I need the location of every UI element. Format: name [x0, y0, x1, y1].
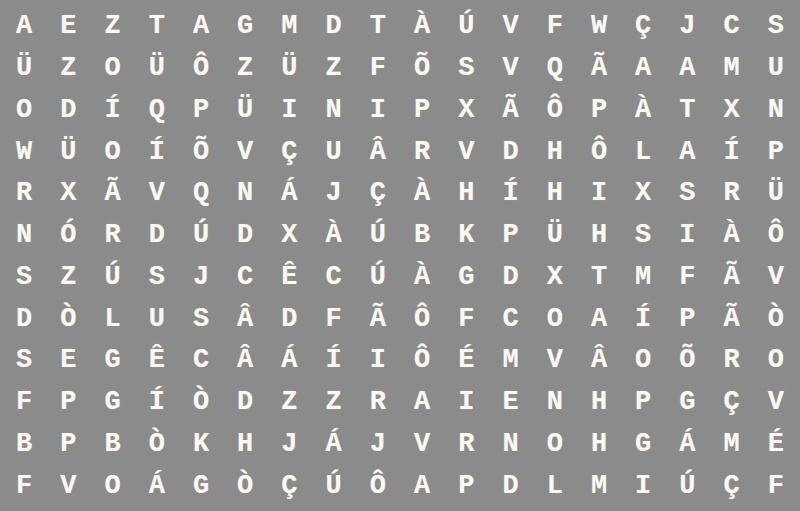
grid-cell[interactable]: Õ	[400, 48, 444, 90]
grid-cell[interactable]: O	[90, 131, 134, 173]
grid-cell[interactable]: Â	[223, 340, 267, 382]
grid-cell[interactable]: S	[754, 6, 798, 48]
grid-cell[interactable]: J	[356, 424, 400, 466]
grid-cell[interactable]: D	[223, 215, 267, 257]
grid-cell[interactable]: G	[90, 340, 134, 382]
grid-cell[interactable]: Ú	[179, 215, 223, 257]
grid-cell[interactable]: A	[400, 382, 444, 424]
grid-cell[interactable]: Z	[312, 48, 356, 90]
grid-cell[interactable]: Ò	[754, 298, 798, 340]
grid-cell[interactable]: C	[710, 6, 754, 48]
grid-cell[interactable]: A	[179, 6, 223, 48]
grid-cell[interactable]: Á	[267, 173, 311, 215]
grid-cell[interactable]: P	[665, 298, 709, 340]
grid-cell[interactable]: Ò	[135, 424, 179, 466]
grid-cell[interactable]: Q	[135, 90, 179, 132]
grid-cell[interactable]: C	[179, 340, 223, 382]
grid-cell[interactable]: O	[2, 90, 46, 132]
grid-cell[interactable]: Ç	[621, 6, 665, 48]
grid-cell[interactable]: R	[356, 382, 400, 424]
grid-cell[interactable]: Ç	[710, 382, 754, 424]
grid-cell[interactable]: A	[665, 48, 709, 90]
grid-cell[interactable]: I	[356, 340, 400, 382]
grid-cell[interactable]: E	[46, 6, 90, 48]
grid-cell[interactable]: R	[710, 340, 754, 382]
grid-cell[interactable]: Ã	[710, 257, 754, 299]
grid-cell[interactable]: F	[356, 48, 400, 90]
grid-cell[interactable]: T	[577, 257, 621, 299]
grid-cell[interactable]: F	[312, 298, 356, 340]
grid-cell[interactable]: H	[577, 215, 621, 257]
grid-cell[interactable]: N	[2, 215, 46, 257]
grid-cell[interactable]: Ü	[267, 48, 311, 90]
grid-cell[interactable]: V	[754, 257, 798, 299]
grid-cell[interactable]: I	[665, 215, 709, 257]
grid-cell[interactable]: N	[754, 90, 798, 132]
grid-cell[interactable]: Ç	[356, 173, 400, 215]
grid-cell[interactable]: X	[533, 257, 577, 299]
grid-cell[interactable]: D	[488, 131, 532, 173]
grid-cell[interactable]: Ó	[46, 215, 90, 257]
grid-cell[interactable]: Q	[533, 48, 577, 90]
grid-cell[interactable]: M	[710, 424, 754, 466]
grid-cell[interactable]: Z	[90, 6, 134, 48]
grid-cell[interactable]: V	[754, 382, 798, 424]
grid-cell[interactable]: H	[444, 173, 488, 215]
grid-cell[interactable]: Ú	[356, 215, 400, 257]
grid-cell[interactable]: P	[179, 90, 223, 132]
grid-cell[interactable]: Õ	[179, 131, 223, 173]
grid-cell[interactable]: Ç	[710, 465, 754, 507]
grid-cell[interactable]: Í	[710, 131, 754, 173]
grid-cell[interactable]: E	[46, 340, 90, 382]
grid-cell[interactable]: À	[710, 215, 754, 257]
grid-cell[interactable]: S	[2, 340, 46, 382]
grid-cell[interactable]: A	[665, 131, 709, 173]
grid-cell[interactable]: X	[621, 173, 665, 215]
grid-cell[interactable]: M	[577, 465, 621, 507]
grid-cell[interactable]: Z	[312, 382, 356, 424]
grid-cell[interactable]: V	[46, 465, 90, 507]
grid-cell[interactable]: Z	[46, 48, 90, 90]
grid-cell[interactable]: S	[444, 48, 488, 90]
grid-cell[interactable]: S	[665, 173, 709, 215]
grid-cell[interactable]: G	[179, 465, 223, 507]
grid-cell[interactable]: Í	[312, 340, 356, 382]
grid-cell[interactable]: Ú	[90, 257, 134, 299]
grid-cell[interactable]: Ã	[356, 298, 400, 340]
grid-cell[interactable]: Q	[179, 173, 223, 215]
grid-cell[interactable]: Ô	[179, 48, 223, 90]
grid-cell[interactable]: N	[488, 424, 532, 466]
grid-cell[interactable]: Ü	[754, 173, 798, 215]
letter-grid: AEZTAGMDTÀÚVFWÇJCSÜZOÜÔZÜZFÕSVQÃAAMUODÍQ…	[0, 0, 800, 511]
grid-cell[interactable]: V	[488, 6, 532, 48]
grid-cell[interactable]: R	[400, 131, 444, 173]
grid-cell[interactable]: I	[356, 90, 400, 132]
grid-cell[interactable]: Ç	[267, 131, 311, 173]
grid-cell[interactable]: W	[2, 131, 46, 173]
grid-cell[interactable]: D	[135, 215, 179, 257]
grid-cell[interactable]: Ô	[533, 90, 577, 132]
grid-cell[interactable]: Í	[135, 382, 179, 424]
grid-cell[interactable]: Ú	[444, 6, 488, 48]
grid-cell[interactable]: M	[267, 6, 311, 48]
grid-cell[interactable]: Z	[46, 257, 90, 299]
grid-cell[interactable]: Ô	[356, 465, 400, 507]
grid-cell[interactable]: G	[621, 424, 665, 466]
grid-cell[interactable]: Ò	[179, 382, 223, 424]
grid-cell[interactable]: T	[135, 6, 179, 48]
grid-cell[interactable]: Á	[135, 465, 179, 507]
grid-cell[interactable]: R	[90, 215, 134, 257]
grid-cell[interactable]: X	[46, 173, 90, 215]
grid-cell[interactable]: M	[488, 340, 532, 382]
grid-cell[interactable]: Í	[621, 298, 665, 340]
grid-cell[interactable]: É	[754, 424, 798, 466]
grid-cell[interactable]: N	[312, 90, 356, 132]
grid-cell[interactable]: Ü	[135, 48, 179, 90]
grid-cell[interactable]: C	[223, 257, 267, 299]
grid-cell[interactable]: T	[665, 90, 709, 132]
grid-cell[interactable]: À	[400, 6, 444, 48]
grid-cell[interactable]: J	[267, 424, 311, 466]
grid-cell[interactable]: L	[621, 131, 665, 173]
grid-cell[interactable]: O	[621, 340, 665, 382]
grid-cell[interactable]: D	[267, 298, 311, 340]
grid-cell[interactable]: P	[488, 215, 532, 257]
grid-cell[interactable]: G	[223, 6, 267, 48]
grid-cell[interactable]: N	[223, 173, 267, 215]
grid-cell[interactable]: S	[179, 298, 223, 340]
grid-cell[interactable]: Ç	[267, 465, 311, 507]
grid-cell[interactable]: X	[710, 90, 754, 132]
grid-cell[interactable]: À	[400, 173, 444, 215]
grid-cell[interactable]: A	[621, 48, 665, 90]
grid-cell[interactable]: Õ	[665, 340, 709, 382]
grid-cell[interactable]: Á	[665, 424, 709, 466]
grid-cell[interactable]: Â	[223, 298, 267, 340]
grid-cell[interactable]: S	[621, 215, 665, 257]
grid-cell[interactable]: Ú	[356, 257, 400, 299]
grid-cell[interactable]: G	[665, 382, 709, 424]
grid-cell[interactable]: T	[356, 6, 400, 48]
grid-cell[interactable]: I	[577, 173, 621, 215]
grid-cell[interactable]: L	[90, 298, 134, 340]
word-search-board: AEZTAGMDTÀÚVFWÇJCSÜZOÜÔZÜZFÕSVQÃAAMUODÍQ…	[0, 0, 800, 511]
grid-cell[interactable]: I	[267, 90, 311, 132]
grid-cell[interactable]: A	[577, 298, 621, 340]
grid-cell[interactable]: O	[533, 424, 577, 466]
grid-cell[interactable]: C	[488, 298, 532, 340]
grid-cell[interactable]: N	[533, 382, 577, 424]
grid-cell[interactable]: P	[444, 465, 488, 507]
grid-cell[interactable]: Í	[488, 173, 532, 215]
grid-cell[interactable]: Ã	[577, 48, 621, 90]
grid-cell[interactable]: H	[223, 424, 267, 466]
grid-cell[interactable]: Z	[267, 382, 311, 424]
grid-cell[interactable]: D	[46, 90, 90, 132]
grid-cell[interactable]: Ú	[312, 465, 356, 507]
grid-cell[interactable]: F	[754, 465, 798, 507]
grid-cell[interactable]: U	[312, 131, 356, 173]
grid-cell[interactable]: Á	[312, 424, 356, 466]
grid-cell[interactable]: Ô	[577, 131, 621, 173]
grid-cell[interactable]: A	[2, 6, 46, 48]
grid-cell[interactable]: É	[444, 340, 488, 382]
grid-cell[interactable]: O	[90, 465, 134, 507]
grid-cell[interactable]: Ã	[710, 298, 754, 340]
grid-cell[interactable]: À	[312, 215, 356, 257]
grid-cell[interactable]: V	[533, 340, 577, 382]
grid-cell[interactable]: F	[2, 382, 46, 424]
grid-cell[interactable]: Ô	[400, 340, 444, 382]
grid-cell[interactable]: Ò	[46, 298, 90, 340]
grid-cell[interactable]: Â	[577, 340, 621, 382]
grid-cell[interactable]: R	[710, 173, 754, 215]
grid-cell[interactable]: Ã	[90, 173, 134, 215]
grid-cell[interactable]: V	[444, 131, 488, 173]
grid-cell[interactable]: E	[488, 382, 532, 424]
grid-cell[interactable]: U	[754, 48, 798, 90]
grid-cell[interactable]: Ô	[400, 298, 444, 340]
grid-cell[interactable]: H	[577, 424, 621, 466]
grid-cell[interactable]: D	[223, 382, 267, 424]
grid-cell[interactable]: Í	[90, 90, 134, 132]
grid-cell[interactable]: Ú	[665, 465, 709, 507]
grid-cell[interactable]: K	[179, 424, 223, 466]
grid-cell[interactable]: Ã	[488, 90, 532, 132]
grid-cell[interactable]: D	[312, 6, 356, 48]
grid-cell[interactable]: D	[488, 465, 532, 507]
grid-cell[interactable]: R	[444, 424, 488, 466]
grid-cell[interactable]: J	[665, 6, 709, 48]
grid-cell[interactable]: B	[90, 424, 134, 466]
grid-cell[interactable]: G	[444, 257, 488, 299]
grid-cell[interactable]: J	[179, 257, 223, 299]
grid-cell[interactable]: O	[90, 48, 134, 90]
grid-cell[interactable]: L	[533, 465, 577, 507]
grid-cell[interactable]: M	[621, 257, 665, 299]
grid-cell[interactable]: À	[621, 90, 665, 132]
grid-cell[interactable]: A	[400, 465, 444, 507]
grid-cell[interactable]: U	[135, 298, 179, 340]
grid-cell[interactable]: V	[223, 131, 267, 173]
grid-cell[interactable]: Â	[356, 131, 400, 173]
grid-cell[interactable]: B	[2, 424, 46, 466]
grid-cell[interactable]: B	[400, 215, 444, 257]
grid-cell[interactable]: P	[577, 90, 621, 132]
grid-cell[interactable]: À	[400, 257, 444, 299]
grid-cell[interactable]: Á	[267, 340, 311, 382]
grid-cell[interactable]: O	[754, 340, 798, 382]
grid-cell[interactable]: Ê	[267, 257, 311, 299]
grid-cell[interactable]: X	[444, 90, 488, 132]
grid-cell[interactable]: I	[621, 465, 665, 507]
grid-cell[interactable]: P	[46, 382, 90, 424]
grid-cell[interactable]: Ü	[223, 90, 267, 132]
grid-cell[interactable]: Ê	[135, 340, 179, 382]
grid-cell[interactable]: S	[2, 257, 46, 299]
grid-cell[interactable]: P	[46, 424, 90, 466]
grid-cell[interactable]: C	[312, 257, 356, 299]
grid-cell[interactable]: F	[533, 6, 577, 48]
grid-cell[interactable]: H	[533, 173, 577, 215]
grid-cell[interactable]: F	[665, 257, 709, 299]
grid-cell[interactable]: W	[577, 6, 621, 48]
grid-cell[interactable]: I	[444, 382, 488, 424]
grid-cell[interactable]: S	[135, 257, 179, 299]
grid-cell[interactable]: Ò	[223, 465, 267, 507]
grid-cell[interactable]: Z	[223, 48, 267, 90]
grid-cell[interactable]: F	[2, 465, 46, 507]
grid-cell[interactable]: V	[400, 424, 444, 466]
grid-cell[interactable]: Ü	[533, 215, 577, 257]
grid-cell[interactable]: K	[444, 215, 488, 257]
grid-cell[interactable]: F	[444, 298, 488, 340]
grid-cell[interactable]: Ü	[2, 48, 46, 90]
grid-cell[interactable]: P	[400, 90, 444, 132]
grid-cell[interactable]: D	[2, 298, 46, 340]
grid-cell[interactable]: Ü	[46, 131, 90, 173]
grid-cell[interactable]: V	[135, 173, 179, 215]
grid-cell[interactable]: H	[577, 382, 621, 424]
grid-cell[interactable]: R	[2, 173, 46, 215]
grid-cell[interactable]: G	[90, 382, 134, 424]
grid-cell[interactable]: J	[312, 173, 356, 215]
grid-cell[interactable]: H	[533, 131, 577, 173]
grid-cell[interactable]: X	[267, 215, 311, 257]
grid-cell[interactable]: D	[488, 257, 532, 299]
grid-cell[interactable]: P	[754, 131, 798, 173]
grid-cell[interactable]: O	[533, 298, 577, 340]
grid-cell[interactable]: P	[621, 382, 665, 424]
grid-cell[interactable]: M	[710, 48, 754, 90]
grid-cell[interactable]: V	[488, 48, 532, 90]
grid-cell[interactable]: Ô	[754, 215, 798, 257]
grid-cell[interactable]: Í	[135, 131, 179, 173]
